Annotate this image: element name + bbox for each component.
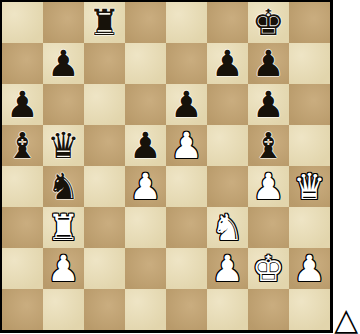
piece-black-pawn-f7[interactable]: ♟	[211, 43, 243, 84]
square-f3[interactable]: ♞	[207, 207, 248, 248]
square-g2[interactable]: ♚	[248, 248, 289, 289]
piece-white-pawn-d4[interactable]: ♟	[129, 166, 161, 207]
piece-black-queen-b5[interactable]: ♛	[47, 125, 79, 166]
piece-white-pawn-f2[interactable]: ♟	[211, 248, 243, 289]
piece-black-pawn-b7[interactable]: ♟	[47, 43, 79, 84]
square-c5[interactable]	[84, 125, 125, 166]
piece-white-knight-f3[interactable]: ♞	[211, 207, 243, 248]
square-e2[interactable]	[166, 248, 207, 289]
square-c4[interactable]	[84, 166, 125, 207]
square-h1[interactable]	[289, 289, 330, 330]
square-h3[interactable]	[289, 207, 330, 248]
square-a6[interactable]: ♟	[2, 84, 43, 125]
square-a2[interactable]	[2, 248, 43, 289]
square-f5[interactable]	[207, 125, 248, 166]
square-e7[interactable]	[166, 43, 207, 84]
square-e6[interactable]: ♟	[166, 84, 207, 125]
square-a8[interactable]	[2, 2, 43, 43]
square-d7[interactable]	[125, 43, 166, 84]
square-f1[interactable]	[207, 289, 248, 330]
piece-black-pawn-e6[interactable]: ♟	[170, 84, 202, 125]
square-d4[interactable]: ♟	[125, 166, 166, 207]
square-a3[interactable]	[2, 207, 43, 248]
square-d6[interactable]	[125, 84, 166, 125]
square-h8[interactable]	[289, 2, 330, 43]
piece-white-pawn-g4[interactable]: ♟	[252, 166, 284, 207]
piece-black-pawn-g7[interactable]: ♟	[252, 43, 284, 84]
chess-board-frame: ♜♚♟♟♟♟♟♟♝♛♟♟♝♞♟♟♛♜♞♟♟♚♟	[0, 0, 333, 333]
square-a7[interactable]	[2, 43, 43, 84]
piece-black-king-g8[interactable]: ♚	[252, 2, 284, 43]
piece-black-rook-c8[interactable]: ♜	[88, 2, 120, 43]
square-c8[interactable]: ♜	[84, 2, 125, 43]
square-d2[interactable]	[125, 248, 166, 289]
square-e3[interactable]	[166, 207, 207, 248]
square-g5[interactable]: ♝	[248, 125, 289, 166]
square-c1[interactable]	[84, 289, 125, 330]
square-c6[interactable]	[84, 84, 125, 125]
piece-white-pawn-b2[interactable]: ♟	[47, 248, 79, 289]
square-e5[interactable]: ♟	[166, 125, 207, 166]
chess-board: ♜♚♟♟♟♟♟♟♝♛♟♟♝♞♟♟♛♜♞♟♟♚♟	[2, 2, 330, 330]
square-b5[interactable]: ♛	[43, 125, 84, 166]
square-h6[interactable]	[289, 84, 330, 125]
square-e8[interactable]	[166, 2, 207, 43]
piece-white-pawn-e5[interactable]: ♟	[170, 125, 202, 166]
piece-white-rook-b3[interactable]: ♜	[47, 207, 79, 248]
piece-black-knight-b4[interactable]: ♞	[47, 166, 79, 207]
square-a4[interactable]	[2, 166, 43, 207]
piece-black-pawn-g6[interactable]: ♟	[252, 84, 284, 125]
square-f2[interactable]: ♟	[207, 248, 248, 289]
square-c3[interactable]	[84, 207, 125, 248]
square-e1[interactable]	[166, 289, 207, 330]
square-g7[interactable]: ♟	[248, 43, 289, 84]
square-b1[interactable]	[43, 289, 84, 330]
square-h5[interactable]	[289, 125, 330, 166]
square-g1[interactable]	[248, 289, 289, 330]
square-f7[interactable]: ♟	[207, 43, 248, 84]
square-f4[interactable]	[207, 166, 248, 207]
square-d1[interactable]	[125, 289, 166, 330]
square-b7[interactable]: ♟	[43, 43, 84, 84]
piece-white-pawn-h2[interactable]: ♟	[293, 248, 325, 289]
square-a5[interactable]: ♝	[2, 125, 43, 166]
piece-black-bishop-a5[interactable]: ♝	[6, 125, 38, 166]
square-b3[interactable]: ♜	[43, 207, 84, 248]
square-f6[interactable]	[207, 84, 248, 125]
square-a1[interactable]	[2, 289, 43, 330]
square-c7[interactable]	[84, 43, 125, 84]
square-b2[interactable]: ♟	[43, 248, 84, 289]
piece-white-queen-h4[interactable]: ♛	[293, 166, 325, 207]
square-g3[interactable]	[248, 207, 289, 248]
square-d8[interactable]	[125, 2, 166, 43]
square-g4[interactable]: ♟	[248, 166, 289, 207]
square-b6[interactable]	[43, 84, 84, 125]
square-d5[interactable]: ♟	[125, 125, 166, 166]
square-d3[interactable]	[125, 207, 166, 248]
square-h7[interactable]	[289, 43, 330, 84]
square-h2[interactable]: ♟	[289, 248, 330, 289]
square-c2[interactable]	[84, 248, 125, 289]
square-h4[interactable]: ♛	[289, 166, 330, 207]
square-g6[interactable]: ♟	[248, 84, 289, 125]
square-b8[interactable]	[43, 2, 84, 43]
white-to-move-triangle-icon: △	[334, 304, 358, 334]
piece-black-bishop-g5[interactable]: ♝	[252, 125, 284, 166]
square-f8[interactable]	[207, 2, 248, 43]
piece-black-pawn-d5[interactable]: ♟	[129, 125, 161, 166]
square-g8[interactable]: ♚	[248, 2, 289, 43]
piece-black-pawn-a6[interactable]: ♟	[6, 84, 38, 125]
piece-white-king-g2[interactable]: ♚	[252, 248, 284, 289]
square-b4[interactable]: ♞	[43, 166, 84, 207]
square-e4[interactable]	[166, 166, 207, 207]
